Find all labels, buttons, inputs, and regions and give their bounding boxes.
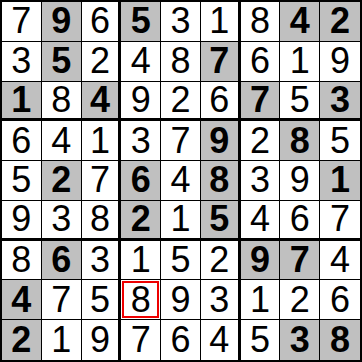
cell-r8c6[interactable]: 3 [201,280,241,320]
cell-r5c1[interactable]: 5 [2,161,42,201]
cell-r8c5[interactable]: 9 [161,280,201,320]
cell-r7c5[interactable]: 5 [161,241,201,281]
cell-r2c2[interactable]: 5 [42,42,82,82]
cell-r5c8[interactable]: 9 [280,161,320,201]
cell-r4c1[interactable]: 6 [2,121,42,161]
cell-r7c9[interactable]: 4 [320,241,360,281]
cell-r4c6[interactable]: 9 [201,121,241,161]
cell-r1c1[interactable]: 7 [2,2,42,42]
cell-r6c6[interactable]: 5 [201,201,241,241]
cell-r5c3[interactable]: 7 [82,161,122,201]
cell-r4c7[interactable]: 2 [241,121,281,161]
cell-r9c7[interactable]: 5 [241,320,281,360]
cell-r7c6[interactable]: 2 [201,241,241,281]
cell-r6c9[interactable]: 7 [320,201,360,241]
cell-r5c2[interactable]: 2 [42,161,82,201]
cell-r6c4[interactable]: 2 [121,201,161,241]
cell-r7c3[interactable]: 3 [82,241,122,281]
cell-r3c6[interactable]: 6 [201,82,241,122]
cell-r4c4[interactable]: 3 [121,121,161,161]
cell-r3c9[interactable]: 3 [320,82,360,122]
cell-r9c1[interactable]: 2 [2,320,42,360]
cell-r2c5[interactable]: 8 [161,42,201,82]
cell-r4c3[interactable]: 1 [82,121,122,161]
cell-r6c8[interactable]: 6 [280,201,320,241]
cell-r3c8[interactable]: 5 [280,82,320,122]
cell-r1c6[interactable]: 1 [201,2,241,42]
cell-r2c4[interactable]: 4 [121,42,161,82]
cell-r8c9[interactable]: 6 [320,280,360,320]
cell-r2c6[interactable]: 7 [201,42,241,82]
cell-r3c1[interactable]: 1 [2,82,42,122]
cell-r5c7[interactable]: 3 [241,161,281,201]
cell-r3c7[interactable]: 7 [241,82,281,122]
cell-r7c2[interactable]: 6 [42,241,82,281]
cell-r6c2[interactable]: 3 [42,201,82,241]
cell-r2c7[interactable]: 6 [241,42,281,82]
cell-r2c3[interactable]: 2 [82,42,122,82]
cell-r8c7[interactable]: 1 [241,280,281,320]
cell-r8c4[interactable]: 8 [121,280,161,320]
cell-r2c9[interactable]: 9 [320,42,360,82]
cell-r5c6[interactable]: 8 [201,161,241,201]
cell-r9c9[interactable]: 8 [320,320,360,360]
cell-r4c2[interactable]: 4 [42,121,82,161]
cell-r7c8[interactable]: 7 [280,241,320,281]
cell-r1c7[interactable]: 8 [241,2,281,42]
cell-r7c7[interactable]: 9 [241,241,281,281]
cell-r7c1[interactable]: 8 [2,241,42,281]
cell-r9c6[interactable]: 4 [201,320,241,360]
cell-r9c2[interactable]: 1 [42,320,82,360]
cell-r1c9[interactable]: 2 [320,2,360,42]
cell-r5c9[interactable]: 1 [320,161,360,201]
cell-r2c1[interactable]: 3 [2,42,42,82]
cell-r8c1[interactable]: 4 [2,280,42,320]
cell-r8c8[interactable]: 2 [280,280,320,320]
cell-r1c3[interactable]: 6 [82,2,122,42]
cell-r5c4[interactable]: 6 [121,161,161,201]
cell-r3c5[interactable]: 2 [161,82,201,122]
sudoku-board: 7965318423524876191849267536413792855276… [0,0,362,362]
cell-r1c8[interactable]: 4 [280,2,320,42]
cell-r6c7[interactable]: 4 [241,201,281,241]
cell-r2c8[interactable]: 1 [280,42,320,82]
cell-r9c5[interactable]: 6 [161,320,201,360]
cell-r4c9[interactable]: 5 [320,121,360,161]
cell-r9c3[interactable]: 9 [82,320,122,360]
cell-r9c8[interactable]: 3 [280,320,320,360]
cell-r5c5[interactable]: 4 [161,161,201,201]
cell-r6c3[interactable]: 8 [82,201,122,241]
cell-r7c4[interactable]: 1 [121,241,161,281]
cell-r1c4[interactable]: 5 [121,2,161,42]
cell-r6c1[interactable]: 9 [2,201,42,241]
cell-r1c2[interactable]: 9 [42,2,82,42]
cell-r4c8[interactable]: 8 [280,121,320,161]
cell-r8c2[interactable]: 7 [42,280,82,320]
cell-r3c2[interactable]: 8 [42,82,82,122]
cell-r3c4[interactable]: 9 [121,82,161,122]
cell-r4c5[interactable]: 7 [161,121,201,161]
cell-r3c3[interactable]: 4 [82,82,122,122]
cell-r9c4[interactable]: 7 [121,320,161,360]
cell-r6c5[interactable]: 1 [161,201,201,241]
cell-r1c5[interactable]: 3 [161,2,201,42]
cell-r8c3[interactable]: 5 [82,280,122,320]
